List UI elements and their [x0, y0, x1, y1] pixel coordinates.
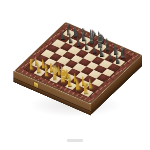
- product-photo: ♜♞♝♛♚♝♞♜♟♟♟♟♟♟♟♟♟♟♟♟♟♟♟♟♜♞♝♛♚♝♞♜: [0, 0, 150, 150]
- watermark: [67, 139, 83, 142]
- brass-clasp-icon: [34, 82, 38, 88]
